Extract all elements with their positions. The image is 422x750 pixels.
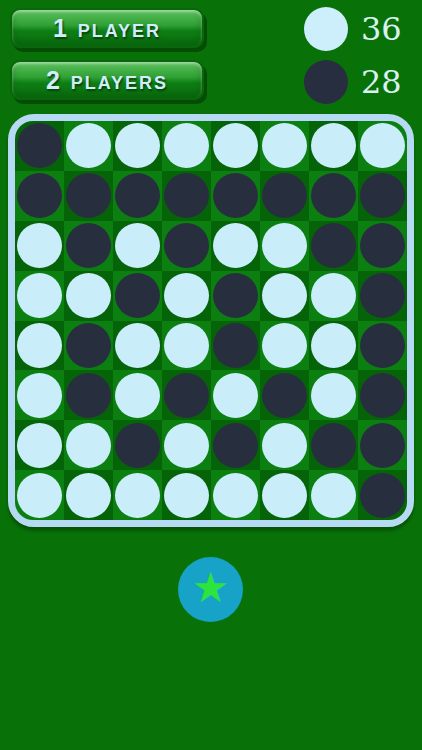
cell-d8[interactable]	[162, 121, 211, 171]
light-disc	[17, 273, 62, 318]
cell-a8[interactable]	[15, 121, 64, 171]
cell-g3[interactable]	[309, 370, 358, 420]
dark-score-row: 28	[304, 60, 402, 104]
cell-f3[interactable]	[260, 370, 309, 420]
cell-b4[interactable]	[64, 321, 113, 371]
cell-h3[interactable]	[358, 370, 407, 420]
cell-g7[interactable]	[309, 171, 358, 221]
cell-e8[interactable]	[211, 121, 260, 171]
dark-disc	[115, 423, 160, 468]
light-disc	[115, 373, 160, 418]
light-disc	[164, 473, 209, 518]
one-player-button-label: 1 Player	[53, 14, 161, 43]
cell-f2[interactable]	[260, 420, 309, 470]
light-disc	[262, 273, 307, 318]
cell-c8[interactable]	[113, 121, 162, 171]
cell-e4[interactable]	[211, 321, 260, 371]
light-disc	[66, 123, 111, 168]
light-disc	[262, 223, 307, 268]
cell-f8[interactable]	[260, 121, 309, 171]
dark-disc	[213, 323, 258, 368]
cell-d7[interactable]	[162, 171, 211, 221]
light-disc	[17, 373, 62, 418]
cell-d6[interactable]	[162, 221, 211, 271]
cell-h5[interactable]	[358, 271, 407, 321]
dark-disc	[360, 373, 405, 418]
cell-h4[interactable]	[358, 321, 407, 371]
light-disc	[311, 323, 356, 368]
cell-a2[interactable]	[15, 420, 64, 470]
light-disc	[115, 323, 160, 368]
two-players-button[interactable]: 2 Players	[10, 60, 204, 100]
light-disc	[66, 273, 111, 318]
cell-h2[interactable]	[358, 420, 407, 470]
cell-b5[interactable]	[64, 271, 113, 321]
cell-f5[interactable]	[260, 271, 309, 321]
dark-disc	[17, 173, 62, 218]
light-disc	[360, 123, 405, 168]
dark-disc	[17, 123, 62, 168]
cell-h1[interactable]	[358, 470, 407, 520]
light-disc	[17, 323, 62, 368]
dark-disc	[66, 323, 111, 368]
one-player-button[interactable]: 1 Player	[10, 8, 204, 48]
cell-d3[interactable]	[162, 370, 211, 420]
cell-c2[interactable]	[113, 420, 162, 470]
dark-disc	[311, 173, 356, 218]
dark-disc	[164, 223, 209, 268]
cell-g4[interactable]	[309, 321, 358, 371]
cell-g1[interactable]	[309, 470, 358, 520]
light-disc	[115, 473, 160, 518]
light-disc	[17, 473, 62, 518]
dark-score-value: 28	[361, 63, 402, 101]
dark-disc	[360, 273, 405, 318]
dark-disc	[213, 423, 258, 468]
light-score-row: 36	[304, 7, 402, 51]
cell-a1[interactable]	[15, 470, 64, 520]
board-grid	[15, 121, 407, 520]
light-disc	[164, 423, 209, 468]
dark-disc	[164, 173, 209, 218]
cell-b3[interactable]	[64, 370, 113, 420]
cell-b6[interactable]	[64, 221, 113, 271]
two-players-button-label: 2 Players	[46, 66, 168, 95]
dark-disc	[360, 323, 405, 368]
star-icon: ★	[192, 567, 230, 609]
light-disc	[262, 423, 307, 468]
light-disc	[164, 273, 209, 318]
light-disc	[164, 123, 209, 168]
light-disc	[311, 373, 356, 418]
light-disc	[311, 473, 356, 518]
cell-b2[interactable]	[64, 420, 113, 470]
dark-disc	[360, 423, 405, 468]
light-disc	[213, 123, 258, 168]
cell-b7[interactable]	[64, 171, 113, 221]
cell-c5[interactable]	[113, 271, 162, 321]
cell-e2[interactable]	[211, 420, 260, 470]
dark-disc	[262, 373, 307, 418]
dark-disc	[164, 373, 209, 418]
cell-h6[interactable]	[358, 221, 407, 271]
dark-disc	[115, 173, 160, 218]
dark-disc	[213, 273, 258, 318]
dark-disc	[311, 223, 356, 268]
dark-disc	[66, 173, 111, 218]
cell-a4[interactable]	[15, 321, 64, 371]
cell-e1[interactable]	[211, 470, 260, 520]
cell-c4[interactable]	[113, 321, 162, 371]
cell-d2[interactable]	[162, 420, 211, 470]
light-disc	[66, 473, 111, 518]
light-disc-icon	[304, 7, 348, 51]
app-screen: 1 Player 2 Players 36 28 ★	[0, 0, 422, 750]
light-disc	[213, 223, 258, 268]
cell-g6[interactable]	[309, 221, 358, 271]
cell-d4[interactable]	[162, 321, 211, 371]
light-disc	[311, 123, 356, 168]
cell-a3[interactable]	[15, 370, 64, 420]
dark-disc	[311, 423, 356, 468]
light-disc	[213, 373, 258, 418]
light-disc	[262, 123, 307, 168]
dark-disc	[66, 373, 111, 418]
dark-disc	[213, 173, 258, 218]
cell-g8[interactable]	[309, 121, 358, 171]
cell-c1[interactable]	[113, 470, 162, 520]
light-disc	[164, 323, 209, 368]
light-disc	[311, 273, 356, 318]
cell-e6[interactable]	[211, 221, 260, 271]
light-disc	[262, 473, 307, 518]
light-disc	[115, 123, 160, 168]
cell-e3[interactable]	[211, 370, 260, 420]
light-disc	[262, 323, 307, 368]
cell-d5[interactable]	[162, 271, 211, 321]
light-disc	[17, 423, 62, 468]
cell-d1[interactable]	[162, 470, 211, 520]
cell-g5[interactable]	[309, 271, 358, 321]
light-disc	[17, 223, 62, 268]
cell-h7[interactable]	[358, 171, 407, 221]
cell-h8[interactable]	[358, 121, 407, 171]
cell-f6[interactable]	[260, 221, 309, 271]
light-disc	[115, 223, 160, 268]
cell-c7[interactable]	[113, 171, 162, 221]
cell-e7[interactable]	[211, 171, 260, 221]
star-button[interactable]: ★	[178, 557, 243, 622]
cell-b1[interactable]	[64, 470, 113, 520]
light-score-value: 36	[361, 10, 402, 48]
dark-disc	[66, 223, 111, 268]
cell-b8[interactable]	[64, 121, 113, 171]
cell-f1[interactable]	[260, 470, 309, 520]
cell-g2[interactable]	[309, 420, 358, 470]
cell-f4[interactable]	[260, 321, 309, 371]
dark-disc-icon	[304, 60, 348, 104]
board-frame	[8, 114, 414, 527]
cell-c3[interactable]	[113, 370, 162, 420]
dark-disc	[262, 173, 307, 218]
cell-a6[interactable]	[15, 221, 64, 271]
cell-c6[interactable]	[113, 221, 162, 271]
cell-a7[interactable]	[15, 171, 64, 221]
cell-e5[interactable]	[211, 271, 260, 321]
cell-f7[interactable]	[260, 171, 309, 221]
light-disc	[213, 473, 258, 518]
dark-disc	[360, 473, 405, 518]
light-disc	[66, 423, 111, 468]
dark-disc	[115, 273, 160, 318]
cell-a5[interactable]	[15, 271, 64, 321]
dark-disc	[360, 173, 405, 218]
dark-disc	[360, 223, 405, 268]
